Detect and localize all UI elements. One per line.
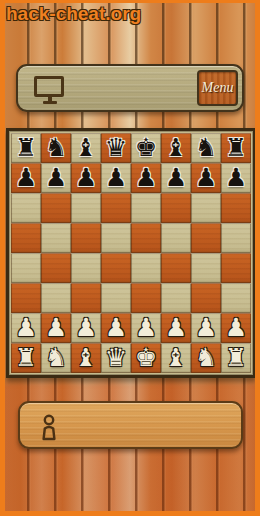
square-b8[interactable]: ♞	[41, 133, 71, 163]
menu-button[interactable]: Menu	[197, 70, 238, 106]
square-b2[interactable]: ♟	[41, 313, 71, 343]
square-c2[interactable]: ♟	[71, 313, 101, 343]
square-c7[interactable]: ♟	[71, 163, 101, 193]
square-e4[interactable]	[131, 253, 161, 283]
piece-black-pawn: ♟	[105, 163, 127, 193]
piece-white-pawn: ♟	[135, 313, 157, 343]
square-c5[interactable]	[71, 223, 101, 253]
square-g7[interactable]: ♟	[191, 163, 221, 193]
square-g4[interactable]	[191, 253, 221, 283]
square-f3[interactable]	[161, 283, 191, 313]
square-c1[interactable]: ♝	[71, 343, 101, 373]
square-e6[interactable]	[131, 193, 161, 223]
piece-black-pawn: ♟	[225, 163, 247, 193]
square-d3[interactable]	[101, 283, 131, 313]
square-b4[interactable]	[41, 253, 71, 283]
square-d4[interactable]	[101, 253, 131, 283]
piece-white-bishop: ♝	[165, 343, 187, 373]
square-d1[interactable]: ♛	[101, 343, 131, 373]
square-a4[interactable]	[11, 253, 41, 283]
piece-white-knight: ♞	[195, 343, 217, 373]
square-a8[interactable]: ♜	[11, 133, 41, 163]
square-b7[interactable]: ♟	[41, 163, 71, 193]
square-h3[interactable]	[221, 283, 251, 313]
square-e1[interactable]: ♚	[131, 343, 161, 373]
square-g2[interactable]: ♟	[191, 313, 221, 343]
square-a3[interactable]	[11, 283, 41, 313]
square-h1[interactable]: ♜	[221, 343, 251, 373]
piece-white-pawn: ♟	[45, 313, 67, 343]
square-e2[interactable]: ♟	[131, 313, 161, 343]
piece-black-pawn: ♟	[195, 163, 217, 193]
opponent-bar: Menu	[16, 64, 244, 112]
square-c6[interactable]	[71, 193, 101, 223]
square-h2[interactable]: ♟	[221, 313, 251, 343]
square-f8[interactable]: ♝	[161, 133, 191, 163]
player-bar	[18, 401, 243, 449]
square-g6[interactable]	[191, 193, 221, 223]
square-d8[interactable]: ♛	[101, 133, 131, 163]
piece-black-bishop: ♝	[165, 133, 187, 163]
square-e8[interactable]: ♚	[131, 133, 161, 163]
piece-black-queen: ♛	[105, 133, 127, 163]
monitor-screen	[34, 76, 64, 97]
square-h7[interactable]: ♟	[221, 163, 251, 193]
piece-white-pawn: ♟	[195, 313, 217, 343]
square-h4[interactable]	[221, 253, 251, 283]
square-h5[interactable]	[221, 223, 251, 253]
square-f7[interactable]: ♟	[161, 163, 191, 193]
square-h6[interactable]	[221, 193, 251, 223]
square-g1[interactable]: ♞	[191, 343, 221, 373]
piece-black-pawn: ♟	[135, 163, 157, 193]
piece-white-pawn: ♟	[75, 313, 97, 343]
square-d7[interactable]: ♟	[101, 163, 131, 193]
piece-white-rook: ♜	[15, 343, 37, 373]
square-b6[interactable]	[41, 193, 71, 223]
piece-white-pawn: ♟	[105, 313, 127, 343]
square-c3[interactable]	[71, 283, 101, 313]
square-e3[interactable]	[131, 283, 161, 313]
piece-black-bishop: ♝	[75, 133, 97, 163]
square-c4[interactable]	[71, 253, 101, 283]
chess-board-frame: ♜♞♝♛♚♝♞♜♟♟♟♟♟♟♟♟♟♟♟♟♟♟♟♟♜♞♝♛♚♝♞♜	[6, 128, 256, 378]
person-icon	[38, 414, 60, 441]
monitor-icon	[34, 76, 66, 104]
square-a7[interactable]: ♟	[11, 163, 41, 193]
square-e7[interactable]: ♟	[131, 163, 161, 193]
square-d5[interactable]	[101, 223, 131, 253]
piece-black-pawn: ♟	[165, 163, 187, 193]
square-g3[interactable]	[191, 283, 221, 313]
piece-black-pawn: ♟	[15, 163, 37, 193]
square-d6[interactable]	[101, 193, 131, 223]
square-f2[interactable]: ♟	[161, 313, 191, 343]
piece-black-rook: ♜	[225, 133, 247, 163]
piece-white-pawn: ♟	[15, 313, 37, 343]
watermark-text: hack-cheat.org	[6, 3, 141, 25]
square-f1[interactable]: ♝	[161, 343, 191, 373]
piece-black-king: ♚	[135, 133, 157, 163]
piece-white-queen: ♛	[105, 343, 127, 373]
square-f6[interactable]	[161, 193, 191, 223]
square-a2[interactable]: ♟	[11, 313, 41, 343]
square-a1[interactable]: ♜	[11, 343, 41, 373]
square-g8[interactable]: ♞	[191, 133, 221, 163]
square-f5[interactable]	[161, 223, 191, 253]
piece-black-rook: ♜	[15, 133, 37, 163]
square-a5[interactable]	[11, 223, 41, 253]
piece-white-pawn: ♟	[225, 313, 247, 343]
monitor-base	[43, 101, 57, 104]
square-b1[interactable]: ♞	[41, 343, 71, 373]
piece-black-knight: ♞	[195, 133, 217, 163]
piece-black-pawn: ♟	[75, 163, 97, 193]
square-h8[interactable]: ♜	[221, 133, 251, 163]
square-a6[interactable]	[11, 193, 41, 223]
piece-white-king: ♚	[135, 343, 157, 373]
square-b5[interactable]	[41, 223, 71, 253]
chess-board: ♜♞♝♛♚♝♞♜♟♟♟♟♟♟♟♟♟♟♟♟♟♟♟♟♜♞♝♛♚♝♞♜	[11, 133, 251, 373]
square-e5[interactable]	[131, 223, 161, 253]
piece-black-knight: ♞	[45, 133, 67, 163]
piece-white-knight: ♞	[45, 343, 67, 373]
square-g5[interactable]	[191, 223, 221, 253]
square-f4[interactable]	[161, 253, 191, 283]
piece-white-rook: ♜	[225, 343, 247, 373]
piece-black-pawn: ♟	[45, 163, 67, 193]
square-b3[interactable]	[41, 283, 71, 313]
piece-white-bishop: ♝	[75, 343, 97, 373]
piece-white-pawn: ♟	[165, 313, 187, 343]
square-c8[interactable]: ♝	[71, 133, 101, 163]
square-d2[interactable]: ♟	[101, 313, 131, 343]
menu-button-label: Menu	[202, 80, 234, 96]
